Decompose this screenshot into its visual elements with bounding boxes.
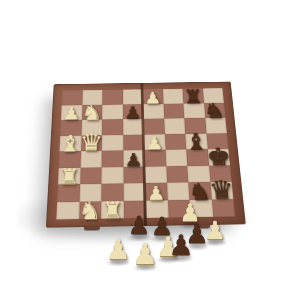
board-cell-e2: ♟ xyxy=(145,183,167,201)
board-cell-g2: ♞ xyxy=(188,182,211,200)
board-cell-f7 xyxy=(163,103,184,118)
board-cell-d7: ♟ xyxy=(123,104,144,119)
board-cell-e5: ♟ xyxy=(144,134,166,150)
off-board-dark-pawn: ♟ xyxy=(168,232,193,260)
board-cell-c5 xyxy=(102,135,123,151)
piece-white-pawn-e2: ♟ xyxy=(147,184,166,203)
board-cell-f3 xyxy=(166,166,188,183)
board-cell-b7: ♞ xyxy=(82,104,103,119)
piece-black-rook-g8: ♜ xyxy=(183,87,204,106)
board-cell-e3 xyxy=(144,166,166,183)
piece-white-pawn-e5: ♟ xyxy=(145,135,163,153)
board-cell-b5: ♛ xyxy=(81,135,102,151)
board-cell-a1 xyxy=(56,201,79,219)
board-cell-h2: ♛ xyxy=(210,182,233,200)
board-cell-f4 xyxy=(165,149,187,166)
piece-white-rook-a3: ♜ xyxy=(58,166,79,187)
piece-black-knight-h7: ♞ xyxy=(203,100,226,121)
piece-white-knight-b1: ♞ xyxy=(78,198,102,223)
board-cell-h4: ♚ xyxy=(207,149,230,166)
piece-white-pawn-a7: ♟ xyxy=(62,106,80,123)
piece-white-knight-b7: ♞ xyxy=(81,102,103,123)
piece-black-queen-h2: ♛ xyxy=(208,177,235,203)
off-board-light-pawn: ♟ xyxy=(105,236,130,264)
board-cell-c7 xyxy=(102,104,123,119)
board-cell-f2 xyxy=(167,182,190,200)
board-cell-b3 xyxy=(80,167,102,184)
piece-white-queen-b5: ♛ xyxy=(79,131,103,155)
page-root: ♟♜♟♞♟♞♝♛♟♝♟♚♜♟♞♛♞♜ ♟♟♟♟♟♟♟♟♟ xyxy=(0,0,300,300)
off-board-light-pawn: ♟ xyxy=(132,240,158,269)
board-cell-a7: ♟ xyxy=(61,105,82,120)
board-cell-c8 xyxy=(102,90,122,105)
board-cell-d4: ♟ xyxy=(123,150,145,167)
board-cell-g8: ♜ xyxy=(182,88,203,103)
board-cell-a3: ♜ xyxy=(58,167,80,184)
off-board-light-pawn: ♟ xyxy=(204,218,226,243)
piece-black-pawn-d4: ♟ xyxy=(125,151,143,169)
board-cell-e8: ♟ xyxy=(142,89,163,104)
board-cell-a5: ♝ xyxy=(59,135,81,151)
board-cell-g5: ♝ xyxy=(185,133,207,149)
board-cell-b1: ♞ xyxy=(79,201,102,219)
clasp-left xyxy=(84,225,100,230)
piece-black-bishop-g5: ♝ xyxy=(184,130,208,153)
board-cell-f5 xyxy=(164,134,186,150)
board-cell-e6 xyxy=(143,119,164,135)
board-cell-a8 xyxy=(62,90,83,105)
board-cell-c1: ♜ xyxy=(101,201,123,219)
board-cell-c4 xyxy=(102,150,123,167)
chess-board: ♟♜♟♞♟♞♝♛♟♝♟♚♜♟♞♛♞♜ xyxy=(46,82,246,228)
piece-black-king-h4: ♚ xyxy=(206,144,232,168)
board-cell-f8 xyxy=(162,89,183,104)
board-cell-h7: ♞ xyxy=(204,103,226,118)
piece-white-rook-c1: ♜ xyxy=(102,199,123,222)
board-cell-f6 xyxy=(164,118,185,134)
piece-white-pawn-e8: ♟ xyxy=(144,90,161,106)
off-board-dark-pawn: ♟ xyxy=(128,213,150,238)
board-cell-c6 xyxy=(102,119,123,135)
board-cell-c3 xyxy=(101,167,123,184)
piece-black-pawn-d7: ♟ xyxy=(124,105,141,122)
board-cell-d2 xyxy=(123,183,145,201)
